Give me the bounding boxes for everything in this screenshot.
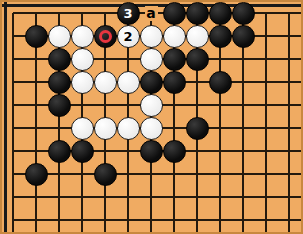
stone-white <box>48 25 71 48</box>
stone-black <box>209 71 232 94</box>
stone-black <box>140 71 163 94</box>
stone-black <box>140 140 163 163</box>
stone-black <box>48 140 71 163</box>
stone-black <box>71 140 94 163</box>
grid-line-vertical <box>265 13 267 232</box>
stone-black <box>25 163 48 186</box>
stone-black <box>186 2 209 25</box>
move-number-label: 3 <box>117 2 140 25</box>
stone-white <box>117 71 140 94</box>
stone-white <box>140 48 163 71</box>
stone-black <box>209 2 232 25</box>
stone-black <box>209 25 232 48</box>
stone-black <box>232 2 255 25</box>
stone-white <box>71 71 94 94</box>
stone-white <box>117 117 140 140</box>
stone-black <box>48 94 71 117</box>
stone-white <box>140 94 163 117</box>
go-board-diagram: 3a2 <box>0 0 303 234</box>
stone-white <box>186 25 209 48</box>
grid-line-vertical <box>288 13 290 232</box>
move-number-label: 2 <box>117 25 140 48</box>
stone-black <box>163 71 186 94</box>
point-label-a: a <box>145 6 158 21</box>
stone-white <box>71 117 94 140</box>
stone-white <box>140 25 163 48</box>
stone-white <box>71 48 94 71</box>
board-edge-left <box>4 2 7 232</box>
stone-black <box>232 25 255 48</box>
stone-white <box>140 117 163 140</box>
stone-black <box>163 140 186 163</box>
grid-line-horizontal <box>13 219 301 221</box>
circle-marker <box>99 30 112 43</box>
stone-white <box>94 117 117 140</box>
grid-line-vertical <box>12 13 14 232</box>
stone-white <box>163 25 186 48</box>
stone-black <box>25 25 48 48</box>
stone-black <box>48 48 71 71</box>
stone-white <box>94 71 117 94</box>
grid-line-horizontal <box>13 196 301 198</box>
grid-line-horizontal <box>13 173 301 175</box>
stone-black <box>163 2 186 25</box>
stone-black <box>163 48 186 71</box>
stone-black <box>186 48 209 71</box>
stone-black <box>48 71 71 94</box>
stone-black <box>94 163 117 186</box>
stone-black <box>186 117 209 140</box>
stone-white <box>71 25 94 48</box>
